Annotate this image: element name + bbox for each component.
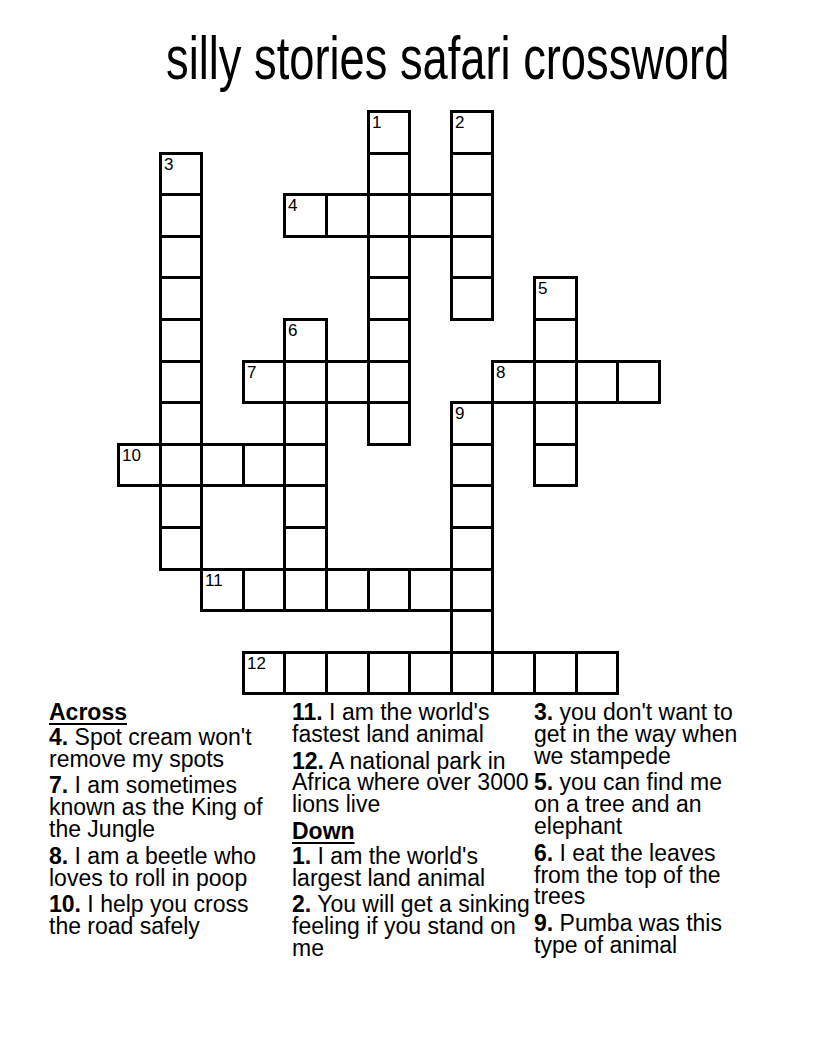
grid-cell[interactable]: 8: [491, 360, 536, 404]
cell-number: 2: [455, 113, 464, 133]
clue-number: 10.: [49, 891, 81, 917]
grid-cell[interactable]: [450, 609, 494, 654]
grid-cell[interactable]: 12: [242, 651, 286, 695]
grid-cell[interactable]: 3: [159, 152, 203, 196]
grid-cell[interactable]: [325, 193, 370, 238]
grid-cell[interactable]: [159, 401, 203, 446]
across-heading: Across: [49, 702, 279, 724]
grid-cell[interactable]: [325, 568, 370, 612]
grid-cell[interactable]: [159, 193, 203, 238]
grid-cell[interactable]: [367, 318, 411, 363]
grid-cell[interactable]: 7: [242, 360, 286, 404]
grid-cell[interactable]: [283, 526, 328, 571]
grid-cell[interactable]: [367, 193, 411, 238]
grid-cell[interactable]: 10: [117, 443, 162, 487]
grid-cell[interactable]: [367, 152, 411, 196]
clue-number: 11.: [292, 699, 323, 725]
grid-cell[interactable]: [408, 193, 453, 238]
clue-column-middle: 11. I am the world's fastest land animal…: [292, 702, 530, 965]
grid-cell[interactable]: [159, 526, 203, 571]
clue-item: 12. A national park in Africa where over…: [292, 751, 530, 816]
grid-cell[interactable]: [575, 360, 619, 404]
grid-cell[interactable]: [367, 651, 411, 695]
grid-cell[interactable]: [367, 276, 411, 321]
grid-cell[interactable]: [200, 443, 245, 487]
cell-number: 8: [496, 363, 505, 383]
grid-cell[interactable]: [533, 651, 578, 695]
down-heading: Down: [292, 821, 530, 843]
clue-item: 8. I am a beetle who loves to roll in po…: [49, 846, 279, 890]
grid-cell[interactable]: [450, 526, 494, 571]
grid-cell[interactable]: [325, 651, 370, 695]
cell-number: 6: [288, 321, 297, 341]
cell-number: 10: [122, 446, 141, 466]
grid-cell[interactable]: [367, 235, 411, 279]
clue-item: 2. You will get a sinking feeling if you…: [292, 894, 530, 959]
clue-item: 7. I am sometimes known as the King of t…: [49, 775, 279, 840]
grid-cell[interactable]: 9: [450, 401, 494, 446]
grid-cell[interactable]: [283, 360, 328, 404]
grid-cell[interactable]: [283, 651, 328, 695]
cell-number: 1: [372, 113, 381, 133]
grid-cell[interactable]: [367, 401, 411, 446]
grid-cell[interactable]: [450, 193, 494, 238]
grid-cell[interactable]: [450, 443, 494, 487]
grid-cell[interactable]: [159, 443, 203, 487]
clue-item: 6. I eat the leaves from the top of the …: [534, 843, 748, 908]
clue-number: 4.: [49, 724, 68, 750]
cell-number: 5: [538, 279, 547, 299]
clue-number: 6.: [534, 840, 553, 866]
clue-column-right: 3. you don't want to get in the way when…: [534, 702, 748, 962]
clue-number: 12.: [292, 748, 324, 774]
clue-item: 3. you don't want to get in the way when…: [534, 702, 748, 767]
grid-cell[interactable]: [491, 651, 536, 695]
clue-number: 8.: [49, 843, 68, 869]
grid-cell[interactable]: [242, 568, 286, 612]
clue-item: 4. Spot cream won't remove my spots: [49, 727, 279, 771]
grid-cell[interactable]: [450, 651, 494, 695]
clue-column-left: Across4. Spot cream won't remove my spot…: [49, 702, 279, 943]
clue-number: 5.: [534, 769, 553, 795]
grid-cell[interactable]: [533, 360, 578, 404]
cell-number: 3: [164, 155, 173, 175]
clue-item: 1. I am the world's largest land animal: [292, 846, 530, 890]
grid-cell[interactable]: [408, 568, 453, 612]
cell-number: 4: [288, 196, 297, 216]
clue-item: 5. you can find me on a tree and an elep…: [534, 772, 748, 837]
grid-cell[interactable]: [325, 360, 370, 404]
grid-cell[interactable]: [159, 484, 203, 529]
grid-cell[interactable]: 4: [283, 193, 328, 238]
grid-cell[interactable]: [450, 152, 494, 196]
cell-number: 9: [455, 404, 464, 424]
grid-cell[interactable]: 5: [533, 276, 578, 321]
clue-item: 10. I help you cross the road safely: [49, 894, 279, 938]
grid-cell[interactable]: [408, 651, 453, 695]
clue-number: 2.: [292, 891, 311, 917]
grid-cell[interactable]: [450, 276, 494, 321]
grid-cell[interactable]: [575, 651, 619, 695]
grid-cell[interactable]: [367, 360, 411, 404]
grid-cell[interactable]: [533, 318, 578, 363]
grid-cell[interactable]: [533, 401, 578, 446]
crossword-worksheet: { "game": "crossword", "title": "silly s…: [0, 0, 816, 1056]
grid-cell[interactable]: [450, 484, 494, 529]
grid-cell[interactable]: [367, 568, 411, 612]
grid-cell[interactable]: 2: [450, 110, 494, 155]
grid-cell[interactable]: [616, 360, 661, 404]
puzzle-title: silly stories safari crossword: [166, 27, 729, 89]
grid-cell[interactable]: [283, 443, 328, 487]
cell-number: 11: [205, 571, 223, 591]
clue-number: 7.: [49, 772, 68, 798]
grid-cell[interactable]: [159, 235, 203, 279]
grid-cell[interactable]: [283, 401, 328, 446]
grid-cell[interactable]: [283, 568, 328, 612]
clue-item: 11. I am the world's fastest land animal: [292, 702, 530, 746]
clue-number: 9.: [534, 910, 553, 936]
grid-cell[interactable]: 6: [283, 318, 328, 363]
grid-cell[interactable]: 1: [367, 110, 411, 155]
grid-cell[interactable]: [242, 443, 286, 487]
grid-cell[interactable]: [450, 568, 494, 612]
grid-cell[interactable]: [283, 484, 328, 529]
grid-cell[interactable]: [159, 360, 203, 404]
clue-item: 9. Pumba was this type of animal: [534, 913, 748, 957]
cell-number: 7: [247, 363, 256, 383]
grid-cell[interactable]: 11: [200, 568, 245, 612]
cell-number: 12: [247, 654, 266, 674]
clue-number: 1.: [292, 843, 311, 869]
grid-cell[interactable]: [450, 235, 494, 279]
grid-cell[interactable]: [159, 276, 203, 321]
grid-cell[interactable]: [159, 318, 203, 363]
clue-number: 3.: [534, 699, 553, 725]
grid-cell[interactable]: [533, 443, 578, 487]
